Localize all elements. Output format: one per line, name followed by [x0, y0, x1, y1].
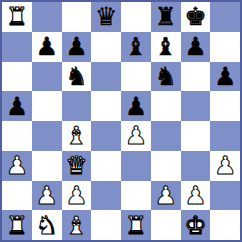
black-bishop: ♝	[154, 34, 176, 59]
square-g6[interactable]	[181, 62, 211, 92]
square-d7[interactable]	[91, 32, 121, 62]
white-pawn: ♟︎	[125, 123, 147, 148]
white-pawn: ♟︎	[6, 153, 28, 178]
square-c5[interactable]	[62, 91, 92, 121]
square-f8[interactable]: ♜	[151, 2, 181, 32]
black-knight: ♞	[154, 64, 176, 89]
square-d5[interactable]	[91, 91, 121, 121]
square-b4[interactable]	[32, 121, 62, 151]
square-e5[interactable]: ♟︎	[121, 91, 151, 121]
square-d8[interactable]: ♛	[91, 2, 121, 32]
square-f7[interactable]: ♝	[151, 32, 181, 62]
square-c3[interactable]: ♛	[62, 151, 92, 181]
black-king: ♚	[184, 4, 206, 29]
square-c6[interactable]: ♞	[62, 62, 92, 92]
square-d4[interactable]	[91, 121, 121, 151]
square-f2[interactable]: ♟︎	[151, 181, 181, 211]
square-e7[interactable]: ♝	[121, 32, 151, 62]
square-g4[interactable]	[181, 121, 211, 151]
black-pawn: ♟︎	[6, 94, 28, 119]
square-b5[interactable]	[32, 91, 62, 121]
white-knight: ♞	[35, 213, 57, 238]
white-bishop: ♝	[65, 213, 87, 238]
square-h3[interactable]: ♟︎	[210, 151, 240, 181]
square-e3[interactable]	[121, 151, 151, 181]
black-pawn: ♟︎	[214, 64, 236, 89]
square-d2[interactable]	[91, 181, 121, 211]
square-c1[interactable]: ♝	[62, 210, 92, 240]
square-a1[interactable]: ♜	[2, 210, 32, 240]
square-a4[interactable]	[2, 121, 32, 151]
square-h1[interactable]	[210, 210, 240, 240]
square-b2[interactable]: ♟︎	[32, 181, 62, 211]
square-a7[interactable]	[2, 32, 32, 62]
black-queen: ♛	[95, 4, 117, 29]
white-rook: ♜	[125, 213, 147, 238]
square-e8[interactable]	[121, 2, 151, 32]
square-b7[interactable]: ♟︎	[32, 32, 62, 62]
square-a3[interactable]: ♟︎	[2, 151, 32, 181]
black-pawn: ♟︎	[35, 34, 57, 59]
white-bishop: ♝	[65, 123, 87, 148]
black-pawn: ♟︎	[65, 34, 87, 59]
square-b3[interactable]	[32, 151, 62, 181]
black-pawn: ♟︎	[184, 34, 206, 59]
square-f4[interactable]	[151, 121, 181, 151]
white-pawn: ♟︎	[184, 183, 206, 208]
white-pawn: ♟︎	[154, 183, 176, 208]
square-e2[interactable]	[121, 181, 151, 211]
square-h2[interactable]	[210, 181, 240, 211]
black-rook: ♜	[154, 4, 176, 29]
square-g1[interactable]: ♚	[181, 210, 211, 240]
square-g7[interactable]: ♟︎	[181, 32, 211, 62]
square-d3[interactable]	[91, 151, 121, 181]
square-e4[interactable]: ♟︎	[121, 121, 151, 151]
square-g8[interactable]: ♚	[181, 2, 211, 32]
square-h8[interactable]	[210, 2, 240, 32]
square-f3[interactable]	[151, 151, 181, 181]
square-f6[interactable]: ♞	[151, 62, 181, 92]
square-e6[interactable]	[121, 62, 151, 92]
square-g3[interactable]	[181, 151, 211, 181]
white-rook: ♜	[6, 4, 28, 29]
black-knight: ♞	[65, 64, 87, 89]
square-h5[interactable]	[210, 91, 240, 121]
square-b8[interactable]	[32, 2, 62, 32]
square-f1[interactable]	[151, 210, 181, 240]
black-pawn: ♟︎	[125, 94, 147, 119]
square-b6[interactable]	[32, 62, 62, 92]
square-d1[interactable]	[91, 210, 121, 240]
square-c8[interactable]	[62, 2, 92, 32]
square-a6[interactable]	[2, 62, 32, 92]
square-c4[interactable]: ♝	[62, 121, 92, 151]
white-rook: ♜	[6, 213, 28, 238]
square-c2[interactable]: ♟︎	[62, 181, 92, 211]
square-e1[interactable]: ♜	[121, 210, 151, 240]
square-a5[interactable]: ♟︎	[2, 91, 32, 121]
square-c7[interactable]: ♟︎	[62, 32, 92, 62]
white-pawn: ♟︎	[35, 183, 57, 208]
square-h4[interactable]	[210, 121, 240, 151]
black-bishop: ♝	[125, 34, 147, 59]
white-pawn: ♟︎	[65, 183, 87, 208]
white-pawn: ♟︎	[214, 153, 236, 178]
white-king: ♚	[184, 213, 206, 238]
square-h6[interactable]: ♟︎	[210, 62, 240, 92]
square-d6[interactable]	[91, 62, 121, 92]
square-a8[interactable]: ♜	[2, 2, 32, 32]
chess-board: ♜♛♜♚♟︎♟︎♝♝♟︎♞♞♟︎♟︎♟︎♝♟︎♟︎♛♟︎♟︎♟︎♟︎♟︎♜♞♝♜…	[0, 0, 242, 242]
square-g5[interactable]	[181, 91, 211, 121]
square-a2[interactable]	[2, 181, 32, 211]
square-h7[interactable]	[210, 32, 240, 62]
white-queen: ♛	[65, 153, 87, 178]
square-f5[interactable]	[151, 91, 181, 121]
square-b1[interactable]: ♞	[32, 210, 62, 240]
square-g2[interactable]: ♟︎	[181, 181, 211, 211]
